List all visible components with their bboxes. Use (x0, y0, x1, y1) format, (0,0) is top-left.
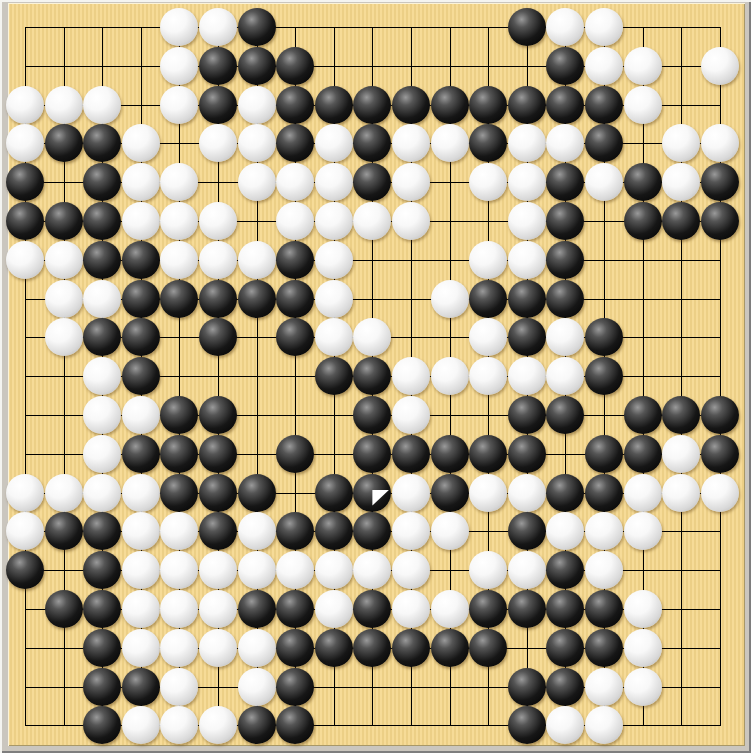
white-stone[interactable] (160, 629, 198, 667)
black-stone[interactable] (45, 590, 83, 628)
white-stone[interactable] (431, 590, 469, 628)
white-stone[interactable] (238, 629, 276, 667)
black-stone[interactable] (585, 357, 623, 395)
white-stone[interactable] (585, 706, 623, 744)
white-stone[interactable] (585, 47, 623, 85)
white-stone[interactable] (45, 241, 83, 279)
black-stone[interactable] (469, 280, 507, 318)
black-stone[interactable] (199, 280, 237, 318)
white-stone[interactable] (662, 435, 700, 473)
black-stone[interactable] (83, 124, 121, 162)
black-stone[interactable] (469, 124, 507, 162)
white-stone[interactable] (662, 474, 700, 512)
white-stone[interactable] (353, 202, 391, 240)
white-stone[interactable] (508, 357, 546, 395)
white-stone[interactable] (392, 512, 430, 550)
black-stone[interactable] (83, 512, 121, 550)
black-stone[interactable] (353, 474, 391, 512)
black-stone[interactable] (315, 629, 353, 667)
black-stone[interactable] (276, 241, 314, 279)
black-stone[interactable] (315, 357, 353, 395)
white-stone[interactable] (238, 551, 276, 589)
white-stone[interactable] (83, 357, 121, 395)
white-stone[interactable] (199, 202, 237, 240)
white-stone[interactable] (392, 163, 430, 201)
white-stone[interactable] (238, 124, 276, 162)
white-stone[interactable] (45, 474, 83, 512)
white-stone[interactable] (469, 318, 507, 356)
white-stone[interactable] (160, 590, 198, 628)
white-stone[interactable] (585, 551, 623, 589)
white-stone[interactable] (160, 512, 198, 550)
black-stone[interactable] (701, 163, 739, 201)
white-stone[interactable] (315, 590, 353, 628)
black-stone[interactable] (508, 706, 546, 744)
white-stone[interactable] (585, 668, 623, 706)
black-stone[interactable] (431, 435, 469, 473)
white-stone[interactable] (315, 318, 353, 356)
white-stone[interactable] (546, 124, 584, 162)
black-stone[interactable] (469, 435, 507, 473)
triangle-marker (372, 490, 389, 506)
white-stone[interactable] (276, 163, 314, 201)
black-stone[interactable] (83, 706, 121, 744)
white-stone[interactable] (662, 163, 700, 201)
black-stone[interactable] (353, 396, 391, 434)
white-stone[interactable] (508, 202, 546, 240)
white-stone[interactable] (122, 163, 160, 201)
black-stone[interactable] (276, 706, 314, 744)
white-stone[interactable] (508, 474, 546, 512)
black-stone[interactable] (83, 241, 121, 279)
black-stone[interactable] (585, 629, 623, 667)
white-stone[interactable] (199, 8, 237, 46)
white-stone[interactable] (469, 241, 507, 279)
black-stone[interactable] (238, 474, 276, 512)
white-stone[interactable] (508, 163, 546, 201)
black-stone[interactable] (624, 163, 662, 201)
white-stone[interactable] (469, 551, 507, 589)
black-stone[interactable] (160, 280, 198, 318)
white-stone[interactable] (508, 241, 546, 279)
white-stone[interactable] (83, 435, 121, 473)
white-stone[interactable] (701, 474, 739, 512)
black-stone[interactable] (624, 396, 662, 434)
white-stone[interactable] (45, 280, 83, 318)
white-stone[interactable] (546, 318, 584, 356)
white-stone[interactable] (315, 163, 353, 201)
white-stone[interactable] (546, 512, 584, 550)
black-stone[interactable] (662, 396, 700, 434)
black-stone[interactable] (83, 668, 121, 706)
black-stone[interactable] (392, 435, 430, 473)
white-stone[interactable] (315, 280, 353, 318)
black-stone[interactable] (353, 124, 391, 162)
black-stone[interactable] (315, 474, 353, 512)
black-stone[interactable] (431, 86, 469, 124)
white-stone[interactable] (122, 590, 160, 628)
white-stone[interactable] (392, 590, 430, 628)
white-stone[interactable] (238, 86, 276, 124)
black-stone[interactable] (315, 86, 353, 124)
white-stone[interactable] (315, 124, 353, 162)
white-stone[interactable] (276, 551, 314, 589)
black-stone[interactable] (701, 396, 739, 434)
black-stone[interactable] (45, 124, 83, 162)
black-stone[interactable] (701, 435, 739, 473)
black-stone[interactable] (83, 202, 121, 240)
black-stone[interactable] (160, 435, 198, 473)
white-stone[interactable] (392, 396, 430, 434)
black-stone[interactable] (160, 474, 198, 512)
white-stone[interactable] (6, 512, 44, 550)
black-stone[interactable] (83, 590, 121, 628)
white-stone[interactable] (546, 357, 584, 395)
black-stone[interactable] (276, 124, 314, 162)
black-stone[interactable] (701, 202, 739, 240)
white-stone[interactable] (546, 8, 584, 46)
black-stone[interactable] (585, 474, 623, 512)
black-stone[interactable] (238, 8, 276, 46)
black-stone[interactable] (469, 86, 507, 124)
black-stone[interactable] (83, 318, 121, 356)
black-stone[interactable] (276, 435, 314, 473)
black-stone[interactable] (585, 124, 623, 162)
white-stone[interactable] (45, 318, 83, 356)
black-stone[interactable] (353, 86, 391, 124)
black-stone[interactable] (276, 47, 314, 85)
white-stone[interactable] (469, 163, 507, 201)
black-stone[interactable] (662, 202, 700, 240)
white-stone[interactable] (353, 551, 391, 589)
black-stone[interactable] (585, 590, 623, 628)
black-stone[interactable] (546, 280, 584, 318)
white-stone[interactable] (431, 124, 469, 162)
black-stone[interactable] (353, 357, 391, 395)
black-stone[interactable] (546, 629, 584, 667)
black-stone[interactable] (122, 241, 160, 279)
white-stone[interactable] (45, 86, 83, 124)
black-stone[interactable] (353, 435, 391, 473)
black-stone[interactable] (546, 396, 584, 434)
white-stone[interactable] (392, 357, 430, 395)
black-stone[interactable] (45, 512, 83, 550)
white-stone[interactable] (353, 318, 391, 356)
black-stone[interactable] (508, 318, 546, 356)
black-stone[interactable] (122, 318, 160, 356)
black-stone[interactable] (238, 280, 276, 318)
white-stone[interactable] (508, 124, 546, 162)
black-stone[interactable] (508, 8, 546, 46)
white-stone[interactable] (122, 706, 160, 744)
white-stone[interactable] (508, 551, 546, 589)
white-stone[interactable] (199, 590, 237, 628)
black-stone[interactable] (392, 629, 430, 667)
go-app-window (0, 0, 751, 753)
white-stone[interactable] (6, 86, 44, 124)
black-stone[interactable] (6, 202, 44, 240)
white-stone[interactable] (83, 86, 121, 124)
black-stone[interactable] (199, 512, 237, 550)
white-stone[interactable] (83, 474, 121, 512)
black-stone[interactable] (6, 551, 44, 589)
white-stone[interactable] (624, 590, 662, 628)
white-stone[interactable] (160, 47, 198, 85)
white-stone[interactable] (546, 706, 584, 744)
black-stone[interactable] (353, 163, 391, 201)
black-stone[interactable] (546, 590, 584, 628)
black-stone[interactable] (238, 706, 276, 744)
white-stone[interactable] (160, 668, 198, 706)
white-stone[interactable] (469, 474, 507, 512)
black-stone[interactable] (546, 86, 584, 124)
white-stone[interactable] (122, 124, 160, 162)
white-stone[interactable] (160, 163, 198, 201)
black-stone[interactable] (199, 474, 237, 512)
black-stone[interactable] (431, 474, 469, 512)
black-stone[interactable] (6, 163, 44, 201)
black-stone[interactable] (276, 86, 314, 124)
black-stone[interactable] (83, 551, 121, 589)
black-stone[interactable] (508, 280, 546, 318)
white-stone[interactable] (392, 124, 430, 162)
black-stone[interactable] (276, 590, 314, 628)
black-stone[interactable] (353, 629, 391, 667)
black-stone[interactable] (546, 474, 584, 512)
white-stone[interactable] (122, 474, 160, 512)
white-stone[interactable] (199, 706, 237, 744)
white-stone[interactable] (160, 551, 198, 589)
black-stone[interactable] (199, 318, 237, 356)
black-stone[interactable] (276, 668, 314, 706)
white-stone[interactable] (122, 396, 160, 434)
black-stone[interactable] (83, 163, 121, 201)
black-stone[interactable] (199, 86, 237, 124)
white-stone[interactable] (160, 202, 198, 240)
white-stone[interactable] (160, 8, 198, 46)
white-stone[interactable] (315, 241, 353, 279)
white-stone[interactable] (122, 629, 160, 667)
black-stone[interactable] (585, 435, 623, 473)
white-stone[interactable] (624, 47, 662, 85)
black-stone[interactable] (276, 318, 314, 356)
black-stone[interactable] (546, 47, 584, 85)
black-stone[interactable] (624, 202, 662, 240)
black-stone[interactable] (392, 86, 430, 124)
black-stone[interactable] (199, 435, 237, 473)
go-board[interactable] (8, 3, 745, 746)
black-stone[interactable] (45, 202, 83, 240)
black-stone[interactable] (546, 241, 584, 279)
black-stone[interactable] (469, 629, 507, 667)
white-stone[interactable] (624, 86, 662, 124)
black-stone[interactable] (276, 512, 314, 550)
black-stone[interactable] (508, 396, 546, 434)
white-stone[interactable] (392, 202, 430, 240)
black-stone[interactable] (508, 435, 546, 473)
black-stone[interactable] (431, 629, 469, 667)
white-stone[interactable] (83, 396, 121, 434)
black-stone[interactable] (546, 163, 584, 201)
white-stone[interactable] (585, 163, 623, 201)
white-stone[interactable] (238, 163, 276, 201)
black-stone[interactable] (276, 280, 314, 318)
black-stone[interactable] (353, 590, 391, 628)
white-stone[interactable] (624, 668, 662, 706)
black-stone[interactable] (199, 396, 237, 434)
white-stone[interactable] (469, 357, 507, 395)
white-stone[interactable] (199, 551, 237, 589)
white-stone[interactable] (6, 474, 44, 512)
white-stone[interactable] (624, 512, 662, 550)
white-stone[interactable] (624, 474, 662, 512)
black-stone[interactable] (122, 435, 160, 473)
black-stone[interactable] (585, 86, 623, 124)
black-stone[interactable] (508, 668, 546, 706)
black-stone[interactable] (546, 202, 584, 240)
black-stone[interactable] (122, 280, 160, 318)
white-stone[interactable] (83, 280, 121, 318)
black-stone[interactable] (199, 47, 237, 85)
black-stone[interactable] (624, 435, 662, 473)
white-stone[interactable] (392, 551, 430, 589)
black-stone[interactable] (160, 396, 198, 434)
white-stone[interactable] (701, 47, 739, 85)
black-stone[interactable] (315, 512, 353, 550)
black-stone[interactable] (469, 590, 507, 628)
white-stone[interactable] (431, 357, 469, 395)
black-stone[interactable] (508, 590, 546, 628)
white-stone[interactable] (392, 474, 430, 512)
black-stone[interactable] (546, 668, 584, 706)
white-stone[interactable] (122, 512, 160, 550)
white-stone[interactable] (238, 241, 276, 279)
black-stone[interactable] (508, 86, 546, 124)
white-stone[interactable] (199, 124, 237, 162)
white-stone[interactable] (662, 124, 700, 162)
white-stone[interactable] (585, 512, 623, 550)
white-stone[interactable] (160, 241, 198, 279)
white-stone[interactable] (701, 124, 739, 162)
white-stone[interactable] (431, 280, 469, 318)
white-stone[interactable] (238, 512, 276, 550)
white-stone[interactable] (276, 202, 314, 240)
black-stone[interactable] (353, 512, 391, 550)
black-stone[interactable] (238, 47, 276, 85)
white-stone[interactable] (122, 202, 160, 240)
black-stone[interactable] (238, 590, 276, 628)
white-stone[interactable] (315, 551, 353, 589)
white-stone[interactable] (6, 241, 44, 279)
white-stone[interactable] (199, 241, 237, 279)
white-stone[interactable] (6, 124, 44, 162)
white-stone[interactable] (585, 8, 623, 46)
white-stone[interactable] (238, 668, 276, 706)
black-stone[interactable] (276, 629, 314, 667)
white-stone[interactable] (160, 86, 198, 124)
black-stone[interactable] (83, 629, 121, 667)
black-stone[interactable] (546, 551, 584, 589)
white-stone[interactable] (122, 551, 160, 589)
black-stone[interactable] (508, 512, 546, 550)
white-stone[interactable] (431, 512, 469, 550)
white-stone[interactable] (199, 629, 237, 667)
black-stone[interactable] (585, 318, 623, 356)
black-stone[interactable] (122, 357, 160, 395)
white-stone[interactable] (160, 706, 198, 744)
white-stone[interactable] (315, 202, 353, 240)
white-stone[interactable] (624, 629, 662, 667)
black-stone[interactable] (122, 668, 160, 706)
